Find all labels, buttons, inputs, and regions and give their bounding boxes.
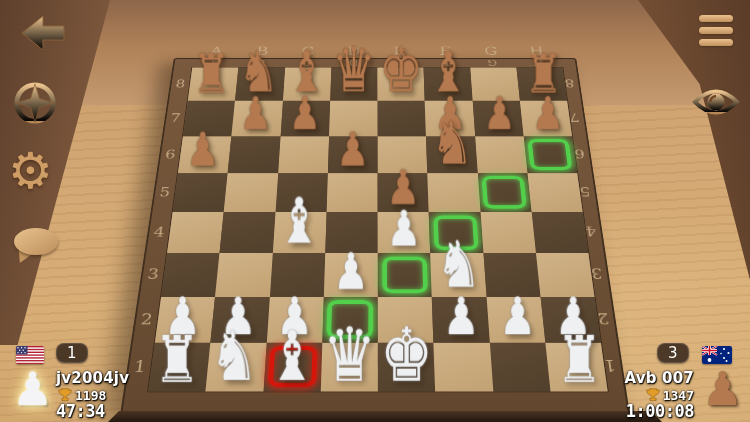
square-c1[interactable]: ♝	[263, 343, 322, 392]
white-score-badge: 1	[56, 343, 88, 363]
square-e3[interactable]	[378, 253, 432, 296]
piece-white-pawn[interactable]: ♟	[333, 246, 369, 296]
chat-bubble-icon	[14, 228, 58, 255]
piece-white-bishop[interactable]: ♝	[276, 191, 321, 254]
square-c7[interactable]: ♟	[280, 101, 330, 136]
square-g1[interactable]	[489, 343, 550, 392]
file-label-e: E	[377, 59, 423, 66]
piece-white-knight[interactable]: ♞	[210, 323, 259, 391]
menu-bar	[699, 27, 733, 34]
settings-button[interactable]: ⚙	[8, 146, 53, 196]
piece-black-knight[interactable]: ♞	[431, 114, 473, 173]
square-d1[interactable]: ♛	[321, 343, 378, 392]
square-a4[interactable]	[167, 212, 224, 253]
square-g6[interactable]	[475, 136, 528, 173]
square-f6[interactable]: ♞	[426, 136, 477, 173]
piece-black-pawn[interactable]: ♟	[186, 127, 219, 173]
trophy-icon	[58, 388, 72, 402]
menu-bar	[699, 39, 733, 46]
rank-label-8: 8	[559, 67, 580, 100]
square-a8[interactable]: ♜	[188, 68, 239, 101]
file-label-g: G	[467, 43, 514, 58]
file-label-a: A	[192, 59, 239, 66]
square-g2[interactable]: ♟	[486, 297, 545, 343]
square-e1[interactable]: ♚	[378, 343, 436, 392]
file-labels-top: ABCDEFGH	[192, 59, 562, 66]
rank-label-6: 6	[569, 136, 591, 173]
file-label-b: B	[238, 59, 285, 66]
black-clock: 1:00:08	[626, 401, 694, 421]
file-label-d: D	[330, 59, 376, 66]
square-a6[interactable]: ♟	[178, 136, 232, 173]
square-d3[interactable]: ♟	[324, 253, 378, 296]
square-g4[interactable]	[480, 212, 536, 253]
square-c6[interactable]	[278, 136, 329, 173]
square-a1[interactable]: ♜	[148, 343, 210, 392]
square-c4[interactable]: ♝	[272, 212, 326, 253]
rank-label-7: 7	[564, 100, 586, 135]
square-b6[interactable]	[228, 136, 280, 173]
square-b4[interactable]	[220, 212, 275, 253]
piece-black-pawn[interactable]: ♟	[240, 91, 272, 136]
square-e4[interactable]: ♟	[378, 212, 431, 253]
white-pawn-icon: ♟	[12, 366, 53, 412]
square-g7[interactable]: ♟	[472, 101, 523, 136]
white-clock: 47:34	[56, 401, 105, 421]
back-button[interactable]	[16, 12, 68, 54]
black-score-badge: 3	[657, 343, 689, 363]
square-b1[interactable]: ♞	[206, 343, 267, 392]
file-label-c: C	[284, 59, 330, 66]
square-f1[interactable]	[434, 343, 493, 392]
piece-black-queen[interactable]: ♛	[332, 39, 376, 101]
trophy-icon	[646, 388, 660, 402]
square-e8[interactable]: ♚	[377, 68, 424, 101]
square-d5[interactable]	[326, 173, 377, 212]
game-screen: 87654321 87654321 ABCDEFGH ABCDEFGH ♜♞♝♛…	[0, 0, 750, 422]
board-squares: ♜♞♝♛♚♝♜♟♟♟♟♟♟♟♞♟♝♟♟♞♟♟♟♟♟♟♜♞♝♛♚♜	[147, 67, 609, 392]
square-f2[interactable]: ♟	[432, 297, 489, 343]
gear-icon: ⚙	[8, 142, 53, 200]
white-player-name: jv2004jv	[56, 369, 129, 387]
black-player-name: Avb 007	[624, 369, 694, 387]
piece-white-bishop[interactable]: ♝	[267, 323, 316, 391]
piece-white-pawn[interactable]: ♟	[387, 204, 422, 253]
view-button[interactable]	[691, 85, 741, 119]
file-label-g: G	[469, 59, 516, 66]
square-g5[interactable]	[477, 173, 531, 212]
piece-white-rook[interactable]: ♜	[556, 327, 602, 392]
file-label-f: F	[423, 59, 469, 66]
square-d6[interactable]: ♟	[328, 136, 378, 173]
piece-white-king[interactable]: ♚	[380, 317, 433, 392]
piece-white-pawn[interactable]: ♟	[443, 291, 480, 343]
piece-white-pawn[interactable]: ♟	[499, 291, 536, 343]
piece-black-king[interactable]: ♚	[379, 39, 423, 101]
file-label-h: H	[515, 59, 562, 66]
piece-black-pawn[interactable]: ♟	[483, 91, 515, 136]
piece-black-pawn[interactable]: ♟	[288, 91, 320, 136]
menu-button[interactable]	[699, 15, 733, 51]
square-d8[interactable]: ♛	[330, 68, 377, 101]
piece-black-pawn[interactable]: ♟	[532, 91, 564, 136]
menu-bar	[699, 15, 733, 22]
piece-white-queen[interactable]: ♛	[323, 317, 376, 392]
board-frame: 87654321 87654321 ABCDEFGH ABCDEFGH ♜♞♝♛…	[120, 58, 630, 415]
square-b5[interactable]	[224, 173, 278, 212]
square-b7[interactable]: ♟	[232, 101, 283, 136]
chat-button[interactable]	[14, 228, 58, 266]
black-pawn-icon: ♟	[702, 366, 743, 412]
square-e7[interactable]	[377, 101, 426, 136]
square-f5[interactable]	[427, 173, 480, 212]
chess-board[interactable]: 87654321 87654321 ABCDEFGH ABCDEFGH ♜♞♝♛…	[120, 0, 630, 415]
board-front-edge	[108, 411, 662, 422]
square-a5[interactable]	[173, 173, 228, 212]
back-arrow-icon	[22, 16, 64, 50]
piece-black-pawn[interactable]: ♟	[336, 127, 369, 173]
compass-button[interactable]	[12, 80, 58, 126]
piece-white-rook[interactable]: ♜	[154, 327, 200, 392]
piece-black-rook[interactable]: ♜	[192, 48, 230, 101]
